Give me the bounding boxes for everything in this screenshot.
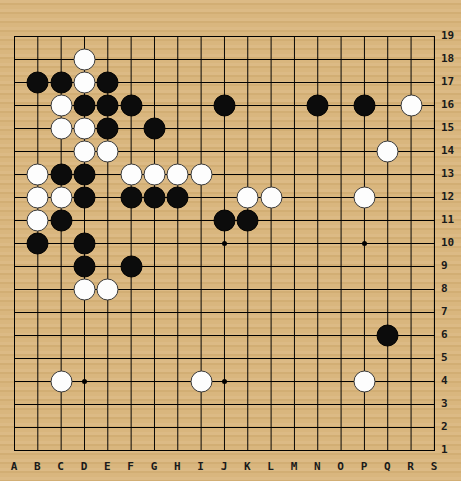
white-stone xyxy=(73,72,95,94)
column-label: O xyxy=(337,459,344,475)
column-label: G xyxy=(151,459,158,475)
black-stone xyxy=(50,210,72,232)
column-labels: ABCDEFGHIJKLMNOPQRS xyxy=(14,459,435,475)
black-stone xyxy=(120,95,142,117)
black-stone xyxy=(50,164,72,186)
column-label: I xyxy=(197,459,204,475)
column-label: F xyxy=(127,459,134,475)
row-label: 4 xyxy=(441,374,448,388)
column-label: Q xyxy=(384,459,391,475)
column-label: L xyxy=(267,459,274,475)
row-label: 15 xyxy=(441,121,454,135)
row-label: 1 xyxy=(441,443,448,457)
column-label: P xyxy=(361,459,368,475)
black-stone xyxy=(97,95,119,117)
white-stone xyxy=(27,210,49,232)
white-stone xyxy=(377,141,399,163)
star-point xyxy=(222,379,227,384)
row-label: 7 xyxy=(441,305,448,319)
black-stone xyxy=(213,95,235,117)
black-stone xyxy=(120,256,142,278)
row-label: 13 xyxy=(441,167,454,181)
column-label: H xyxy=(174,459,181,475)
row-label: 9 xyxy=(441,259,448,273)
black-stone xyxy=(73,95,95,117)
black-stone xyxy=(97,118,119,140)
black-stone xyxy=(237,210,259,232)
black-stone xyxy=(73,233,95,255)
row-labels: 19181716151413121110987654321 xyxy=(441,36,461,451)
black-stone xyxy=(73,187,95,209)
white-stone xyxy=(143,164,165,186)
star-point xyxy=(222,241,227,246)
black-stone xyxy=(120,187,142,209)
row-label: 5 xyxy=(441,351,448,365)
white-stone xyxy=(260,187,282,209)
column-label: J xyxy=(221,459,228,475)
row-label: 2 xyxy=(441,420,448,434)
white-stone xyxy=(50,118,72,140)
white-stone xyxy=(73,141,95,163)
black-stone xyxy=(353,95,375,117)
white-stone xyxy=(237,187,259,209)
column-label: D xyxy=(81,459,88,475)
white-stone xyxy=(50,187,72,209)
white-stone xyxy=(27,187,49,209)
white-stone xyxy=(97,279,119,301)
row-label: 11 xyxy=(441,213,454,227)
column-label: N xyxy=(314,459,321,475)
row-label: 12 xyxy=(441,190,454,204)
column-label: A xyxy=(11,459,18,475)
white-stone xyxy=(400,95,422,117)
go-board[interactable] xyxy=(14,36,435,451)
black-stone xyxy=(143,187,165,209)
white-stone xyxy=(27,164,49,186)
black-stone xyxy=(307,95,329,117)
white-stone xyxy=(120,164,142,186)
white-stone xyxy=(97,141,119,163)
white-stone xyxy=(73,279,95,301)
column-label: R xyxy=(407,459,414,475)
column-label: M xyxy=(291,459,298,475)
column-label: C xyxy=(57,459,64,475)
star-point xyxy=(82,379,87,384)
black-stone xyxy=(73,256,95,278)
black-stone xyxy=(73,164,95,186)
white-stone xyxy=(190,371,212,393)
row-label: 19 xyxy=(441,29,454,43)
row-label: 10 xyxy=(441,236,454,250)
black-stone xyxy=(167,187,189,209)
black-stone xyxy=(27,72,49,94)
white-stone xyxy=(50,371,72,393)
white-stone xyxy=(353,187,375,209)
row-label: 14 xyxy=(441,144,454,158)
go-game-screenshot: ABCDEFGHIJKLMNOPQRS 19181716151413121110… xyxy=(0,0,461,481)
row-label: 6 xyxy=(441,328,448,342)
white-stone xyxy=(353,371,375,393)
row-label: 8 xyxy=(441,282,448,296)
white-stone xyxy=(190,164,212,186)
black-stone xyxy=(97,72,119,94)
column-label: S xyxy=(431,459,438,475)
star-point xyxy=(362,241,367,246)
white-stone xyxy=(73,49,95,71)
white-stone xyxy=(50,95,72,117)
row-label: 16 xyxy=(441,98,454,112)
row-label: 3 xyxy=(441,397,448,411)
black-stone xyxy=(50,72,72,94)
black-stone xyxy=(27,233,49,255)
white-stone xyxy=(167,164,189,186)
row-label: 18 xyxy=(441,52,454,66)
column-label: K xyxy=(244,459,251,475)
black-stone xyxy=(143,118,165,140)
column-label: B xyxy=(34,459,41,475)
white-stone xyxy=(73,118,95,140)
row-label: 17 xyxy=(441,75,454,89)
column-label: E xyxy=(104,459,111,475)
black-stone xyxy=(213,210,235,232)
black-stone xyxy=(377,325,399,347)
